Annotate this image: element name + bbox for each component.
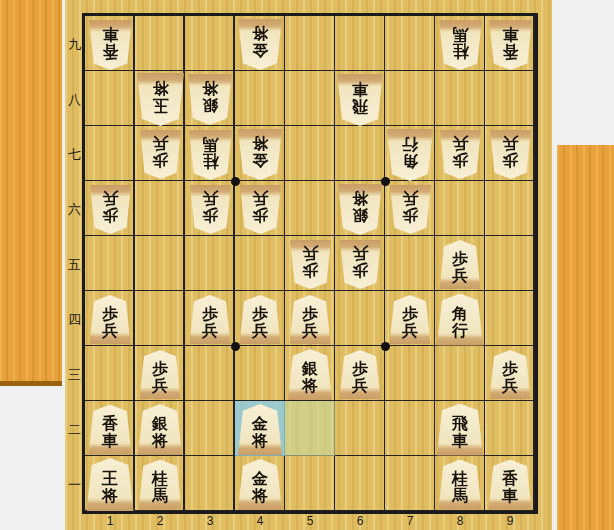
koma-kanji: 角 — [452, 305, 468, 322]
piece-gote-fu[interactable]: 歩兵 — [490, 130, 531, 179]
square-3-四[interactable]: 歩兵 — [185, 291, 235, 346]
square-1-七[interactable] — [85, 126, 135, 181]
square-4-三[interactable] — [235, 346, 285, 401]
piece-sente-fu[interactable]: 歩兵 — [290, 295, 331, 344]
rank-label-3: 三 — [67, 366, 82, 384]
square-1-二[interactable]: 香車 — [85, 401, 135, 456]
koma-kanji: 歩 — [252, 208, 268, 225]
square-8-一[interactable]: 桂馬 — [435, 456, 485, 511]
koma-kanji: 香 — [502, 43, 518, 60]
koma-kanji: 玉 — [152, 98, 168, 115]
piece-sente-hi[interactable]: 飛車 — [437, 404, 483, 456]
square-4-八[interactable] — [235, 71, 285, 126]
koma-kanji: 車 — [352, 81, 368, 98]
piece-sente-fu[interactable]: 歩兵 — [440, 240, 481, 289]
koma-kanji: 車 — [502, 26, 518, 43]
square-5-七[interactable] — [285, 126, 335, 181]
koma-kanji: 将 — [252, 136, 268, 153]
piece-sente-fu[interactable]: 歩兵 — [90, 295, 131, 344]
koma-kanji: 飛 — [352, 98, 368, 115]
rank-label-9: 九 — [67, 36, 82, 54]
koma-kanji: 歩 — [402, 208, 418, 225]
koma-kanji: 兵 — [452, 267, 468, 284]
square-4-一[interactable]: 金将 — [235, 456, 285, 511]
rank-label-6: 六 — [67, 201, 82, 219]
square-1-八[interactable] — [85, 71, 135, 126]
square-1-五[interactable] — [85, 236, 135, 291]
square-6-三[interactable]: 歩兵 — [335, 346, 385, 401]
koma-kanji: 兵 — [452, 136, 468, 153]
koma-kanji: 将 — [302, 377, 318, 394]
square-1-三[interactable] — [85, 346, 135, 401]
piece-gote-fu[interactable]: 歩兵 — [240, 185, 281, 234]
square-3-二[interactable] — [185, 401, 235, 456]
square-3-八[interactable]: 銀将 — [185, 71, 235, 126]
square-9-五[interactable] — [485, 236, 535, 291]
square-7-七[interactable]: 角行 — [385, 126, 435, 181]
file-label-2: 2 — [135, 514, 185, 528]
file-label-3: 3 — [185, 514, 235, 528]
piece-gote-fu[interactable]: 歩兵 — [440, 130, 481, 179]
rank-label-8: 八 — [67, 91, 82, 109]
piece-gote-fu[interactable]: 歩兵 — [290, 240, 331, 289]
square-7-六[interactable]: 歩兵 — [385, 181, 435, 236]
piece-sente-gin[interactable]: 銀将 — [288, 349, 332, 400]
piece-sente-fu[interactable]: 歩兵 — [140, 350, 181, 399]
piece-sente-kyo[interactable]: 香車 — [489, 460, 532, 510]
koma-kanji: 馬 — [202, 136, 218, 153]
piece-sente-ou[interactable]: 王将 — [87, 458, 134, 511]
square-8-九[interactable]: 桂馬 — [435, 16, 485, 71]
square-9-九[interactable]: 香車 — [485, 16, 535, 71]
piece-gote-fu[interactable]: 歩兵 — [390, 185, 431, 234]
square-8-五[interactable]: 歩兵 — [435, 236, 485, 291]
koma-kanji: 桂 — [452, 43, 468, 60]
file-label-7: 7 — [385, 514, 435, 528]
koma-kanji: 車 — [102, 26, 118, 43]
koma-kanji: 歩 — [202, 305, 218, 322]
square-6-六[interactable]: 銀将 — [335, 181, 385, 236]
koma-kanji: 馬 — [452, 487, 468, 504]
koma-kanji: 金 — [252, 153, 268, 170]
rank-label-4: 四 — [67, 311, 82, 329]
square-1-一[interactable]: 王将 — [85, 456, 135, 511]
square-2-三[interactable]: 歩兵 — [135, 346, 185, 401]
square-4-五[interactable] — [235, 236, 285, 291]
square-6-九[interactable] — [335, 16, 385, 71]
koma-kanji: 将 — [252, 432, 268, 449]
piece-gote-kin[interactable]: 金将 — [238, 129, 282, 180]
koma-kanji: 角 — [402, 153, 418, 170]
rank-label-1: 一 — [67, 476, 82, 494]
koma-kanji: 車 — [102, 432, 118, 449]
koma-kanji: 車 — [452, 432, 468, 449]
square-7-三[interactable] — [385, 346, 435, 401]
square-8-三[interactable] — [435, 346, 485, 401]
square-8-八[interactable] — [435, 71, 485, 126]
square-3-六[interactable]: 歩兵 — [185, 181, 235, 236]
koma-kanji: 歩 — [202, 208, 218, 225]
file-label-5: 5 — [285, 514, 335, 528]
square-9-四[interactable] — [485, 291, 535, 346]
square-9-二[interactable] — [485, 401, 535, 456]
koma-kanji: 行 — [402, 136, 418, 153]
piece-sente-kei[interactable]: 桂馬 — [139, 460, 182, 510]
square-2-九[interactable] — [135, 16, 185, 71]
koma-kanji: 歩 — [452, 250, 468, 267]
square-5-九[interactable] — [285, 16, 335, 71]
shogi-board: 香車金将桂馬香車玉将銀将飛車歩兵桂馬金将角行歩兵歩兵歩兵歩兵歩兵銀将歩兵歩兵歩兵… — [65, 0, 552, 530]
koma-kanji: 兵 — [202, 322, 218, 339]
piece-sente-gin[interactable]: 銀将 — [138, 404, 182, 455]
square-6-二[interactable] — [335, 401, 385, 456]
piece-gote-gin[interactable]: 銀将 — [338, 184, 382, 235]
square-5-五[interactable]: 歩兵 — [285, 236, 335, 291]
koma-kanji: 兵 — [302, 322, 318, 339]
piece-gote-kin[interactable]: 金将 — [238, 19, 282, 70]
piece-gote-fu[interactable]: 歩兵 — [190, 185, 231, 234]
table-wood-right — [557, 145, 614, 530]
star-point — [231, 342, 240, 351]
koma-kanji: 歩 — [302, 263, 318, 280]
koma-kanji: 馬 — [152, 487, 168, 504]
koma-kanji: 金 — [252, 415, 268, 432]
piece-gote-fu[interactable]: 歩兵 — [340, 240, 381, 289]
piece-gote-kyo[interactable]: 香車 — [489, 20, 532, 70]
square-5-四[interactable]: 歩兵 — [285, 291, 335, 346]
koma-kanji: 歩 — [102, 305, 118, 322]
square-4-六[interactable]: 歩兵 — [235, 181, 285, 236]
koma-kanji: 金 — [252, 470, 268, 487]
square-2-五[interactable] — [135, 236, 185, 291]
koma-kanji: 歩 — [352, 360, 368, 377]
piece-gote-kyo[interactable]: 香車 — [89, 20, 132, 70]
table-wood-left — [0, 0, 62, 386]
square-1-六[interactable]: 歩兵 — [85, 181, 135, 236]
piece-sente-kin[interactable]: 金将 — [238, 404, 282, 455]
square-7-一[interactable] — [385, 456, 435, 511]
koma-kanji: 歩 — [152, 153, 168, 170]
square-3-五[interactable] — [185, 236, 235, 291]
koma-kanji: 歩 — [502, 360, 518, 377]
file-label-8: 8 — [435, 514, 485, 528]
square-2-八[interactable]: 玉将 — [135, 71, 185, 126]
piece-sente-kyo[interactable]: 香車 — [89, 405, 132, 455]
koma-kanji: 兵 — [402, 191, 418, 208]
square-2-七[interactable]: 歩兵 — [135, 126, 185, 181]
koma-kanji: 将 — [352, 191, 368, 208]
piece-gote-fu[interactable]: 歩兵 — [90, 185, 131, 234]
square-2-二[interactable]: 銀将 — [135, 401, 185, 456]
file-label-1: 1 — [85, 514, 135, 528]
koma-kanji: 将 — [252, 487, 268, 504]
square-4-四[interactable]: 歩兵 — [235, 291, 285, 346]
piece-gote-fu[interactable]: 歩兵 — [140, 130, 181, 179]
koma-kanji: 飛 — [452, 415, 468, 432]
koma-kanji: 金 — [252, 43, 268, 60]
square-5-八[interactable] — [285, 71, 335, 126]
file-label-4: 4 — [235, 514, 285, 528]
koma-kanji: 歩 — [302, 305, 318, 322]
koma-kanji: 兵 — [152, 136, 168, 153]
piece-gote-kei[interactable]: 桂馬 — [439, 20, 482, 70]
koma-kanji: 兵 — [502, 136, 518, 153]
koma-kanji: 歩 — [352, 263, 368, 280]
koma-kanji: 兵 — [102, 322, 118, 339]
square-6-五[interactable]: 歩兵 — [335, 236, 385, 291]
star-point — [381, 177, 390, 186]
koma-kanji: 兵 — [302, 246, 318, 263]
piece-sente-kaku[interactable]: 角行 — [437, 294, 483, 346]
board-grid: 香車金将桂馬香車玉将銀将飛車歩兵桂馬金将角行歩兵歩兵歩兵歩兵歩兵銀将歩兵歩兵歩兵… — [82, 13, 538, 514]
koma-kanji: 馬 — [452, 26, 468, 43]
square-9-六[interactable] — [485, 181, 535, 236]
koma-kanji: 桂 — [202, 153, 218, 170]
square-3-一[interactable] — [185, 456, 235, 511]
file-label-9: 9 — [485, 514, 535, 528]
square-5-一[interactable] — [285, 456, 335, 511]
koma-kanji: 銀 — [152, 415, 168, 432]
square-5-三[interactable]: 銀将 — [285, 346, 335, 401]
rank-label-5: 五 — [67, 256, 82, 274]
koma-kanji: 兵 — [502, 377, 518, 394]
koma-kanji: 桂 — [152, 470, 168, 487]
rank-label-2: 二 — [67, 421, 82, 439]
square-3-七[interactable]: 桂馬 — [185, 126, 235, 181]
koma-kanji: 兵 — [202, 191, 218, 208]
koma-kanji: 兵 — [352, 246, 368, 263]
square-7-二[interactable] — [385, 401, 435, 456]
koma-kanji: 行 — [452, 322, 468, 339]
koma-kanji: 銀 — [202, 98, 218, 115]
square-4-九[interactable]: 金将 — [235, 16, 285, 71]
piece-sente-fu[interactable]: 歩兵 — [340, 350, 381, 399]
koma-kanji: 歩 — [452, 153, 468, 170]
koma-kanji: 歩 — [502, 153, 518, 170]
koma-kanji: 歩 — [152, 360, 168, 377]
square-7-八[interactable] — [385, 71, 435, 126]
square-6-一[interactable] — [335, 456, 385, 511]
koma-kanji: 兵 — [402, 322, 418, 339]
koma-kanji: 歩 — [102, 208, 118, 225]
square-5-六[interactable] — [285, 181, 335, 236]
koma-kanji: 将 — [252, 26, 268, 43]
koma-kanji: 将 — [102, 487, 118, 504]
square-7-九[interactable] — [385, 16, 435, 71]
square-9-一[interactable]: 香車 — [485, 456, 535, 511]
square-8-六[interactable] — [435, 181, 485, 236]
square-6-八[interactable]: 飛車 — [335, 71, 385, 126]
koma-kanji: 香 — [102, 415, 118, 432]
rank-label-7: 七 — [67, 146, 82, 164]
square-7-五[interactable] — [385, 236, 435, 291]
shogi-app-window: 香車金将桂馬香車玉将銀将飛車歩兵桂馬金将角行歩兵歩兵歩兵歩兵歩兵銀将歩兵歩兵歩兵… — [0, 0, 614, 530]
square-3-九[interactable] — [185, 16, 235, 71]
square-4-二[interactable]: 金将 — [235, 401, 285, 456]
square-1-九[interactable]: 香車 — [85, 16, 135, 71]
koma-kanji: 王 — [102, 470, 118, 487]
star-point — [231, 177, 240, 186]
square-7-四[interactable]: 歩兵 — [385, 291, 435, 346]
square-8-四[interactable]: 角行 — [435, 291, 485, 346]
koma-kanji: 兵 — [252, 191, 268, 208]
koma-kanji: 将 — [152, 81, 168, 98]
square-1-四[interactable]: 歩兵 — [85, 291, 135, 346]
koma-kanji: 桂 — [452, 470, 468, 487]
piece-sente-fu[interactable]: 歩兵 — [240, 295, 281, 344]
square-9-三[interactable]: 歩兵 — [485, 346, 535, 401]
piece-gote-kaku[interactable]: 角行 — [387, 129, 433, 181]
square-2-六[interactable] — [135, 181, 185, 236]
piece-sente-fu[interactable]: 歩兵 — [190, 295, 231, 344]
koma-kanji: 歩 — [252, 305, 268, 322]
koma-kanji: 兵 — [252, 322, 268, 339]
piece-gote-kei[interactable]: 桂馬 — [189, 130, 232, 180]
koma-kanji: 兵 — [352, 377, 368, 394]
square-9-八[interactable] — [485, 71, 535, 126]
square-2-四[interactable] — [135, 291, 185, 346]
square-8-二[interactable]: 飛車 — [435, 401, 485, 456]
piece-sente-fu[interactable]: 歩兵 — [390, 295, 431, 344]
koma-kanji: 兵 — [102, 191, 118, 208]
square-6-七[interactable] — [335, 126, 385, 181]
koma-kanji: 兵 — [152, 377, 168, 394]
koma-kanji: 歩 — [402, 305, 418, 322]
koma-kanji: 将 — [152, 432, 168, 449]
piece-gote-gyoku[interactable]: 玉将 — [137, 73, 184, 126]
star-point — [381, 342, 390, 351]
square-2-一[interactable]: 桂馬 — [135, 456, 185, 511]
piece-gote-gin[interactable]: 銀将 — [188, 74, 232, 125]
piece-sente-fu[interactable]: 歩兵 — [490, 350, 531, 399]
koma-kanji: 将 — [202, 81, 218, 98]
piece-sente-kei[interactable]: 桂馬 — [439, 460, 482, 510]
square-6-四[interactable] — [335, 291, 385, 346]
file-label-6: 6 — [335, 514, 385, 528]
koma-kanji: 銀 — [352, 208, 368, 225]
piece-sente-kin[interactable]: 金将 — [238, 459, 282, 510]
square-4-七[interactable]: 金将 — [235, 126, 285, 181]
koma-kanji: 銀 — [302, 360, 318, 377]
piece-gote-hi[interactable]: 飛車 — [337, 74, 383, 126]
square-8-七[interactable]: 歩兵 — [435, 126, 485, 181]
koma-kanji: 香 — [102, 43, 118, 60]
koma-kanji: 車 — [502, 487, 518, 504]
koma-kanji: 香 — [502, 470, 518, 487]
square-5-二[interactable] — [285, 401, 335, 456]
square-9-七[interactable]: 歩兵 — [485, 126, 535, 181]
square-3-三[interactable] — [185, 346, 235, 401]
